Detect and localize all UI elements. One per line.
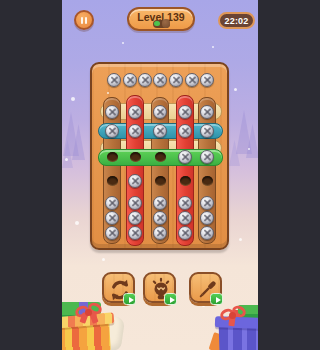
screw[interactable] [153, 73, 167, 87]
screw[interactable] [128, 105, 142, 119]
restart-button[interactable] [102, 272, 135, 303]
screw[interactable] [138, 73, 152, 87]
screw[interactable] [200, 226, 214, 240]
snow-dot [239, 238, 242, 241]
screw[interactable] [200, 211, 214, 225]
gift-bow [220, 305, 248, 323]
screw[interactable] [153, 211, 167, 225]
screw[interactable] [200, 124, 214, 138]
screw[interactable] [128, 124, 142, 138]
screw[interactable] [178, 226, 192, 240]
empty-hole [130, 152, 141, 162]
screw[interactable] [169, 73, 183, 87]
screw[interactable] [105, 196, 119, 210]
empty-hole [107, 152, 118, 162]
snow-dot [234, 88, 237, 91]
empty-hole [180, 176, 191, 186]
screw[interactable] [153, 196, 167, 210]
screw[interactable] [185, 73, 199, 87]
snow-dot [248, 148, 250, 150]
snow-dot [107, 92, 109, 94]
snow-dot [71, 97, 75, 101]
screw[interactable] [128, 196, 142, 210]
screw[interactable] [105, 124, 119, 138]
snow-dot [212, 46, 214, 48]
screw[interactable] [153, 124, 167, 138]
snow-dot [102, 258, 105, 261]
screw[interactable] [178, 211, 192, 225]
screw[interactable] [200, 73, 214, 87]
snow-dot [65, 158, 68, 161]
pause-button[interactable] [74, 10, 94, 30]
gift-bow [75, 302, 105, 320]
screw[interactable] [178, 196, 192, 210]
ad-play-badge [164, 293, 177, 305]
screw[interactable] [178, 150, 192, 164]
screw[interactable] [107, 73, 121, 87]
game-screen: Level 139 22:02 [62, 0, 258, 350]
ad-play-badge [210, 293, 223, 305]
screw[interactable] [178, 124, 192, 138]
timer-badge: 22:02 [218, 12, 255, 29]
screw[interactable] [105, 211, 119, 225]
hint-button[interactable] [143, 272, 176, 303]
toggle-on-dot [154, 21, 160, 27]
screw[interactable] [105, 105, 119, 119]
empty-hole [202, 176, 213, 186]
snow-dot [75, 221, 79, 225]
level-toggle[interactable] [153, 20, 170, 28]
screw[interactable] [123, 73, 137, 87]
screw[interactable] [200, 196, 214, 210]
screw[interactable] [128, 211, 142, 225]
ad-play-badge [123, 293, 136, 305]
screw[interactable] [153, 226, 167, 240]
screw[interactable] [200, 150, 214, 164]
snow-dot [122, 42, 124, 44]
snow-dot [202, 304, 205, 307]
screw[interactable] [128, 226, 142, 240]
screw[interactable] [178, 105, 192, 119]
screw[interactable] [128, 174, 142, 188]
empty-hole [155, 152, 166, 162]
level-pill: Level 139 [127, 7, 195, 31]
screw[interactable] [105, 226, 119, 240]
timer-value: 22:02 [220, 16, 253, 26]
toggle-knob [162, 19, 170, 27]
screw[interactable] [200, 105, 214, 119]
screwdriver-button[interactable] [189, 272, 222, 303]
empty-hole [107, 176, 118, 186]
screw[interactable] [153, 105, 167, 119]
empty-hole [155, 176, 166, 186]
